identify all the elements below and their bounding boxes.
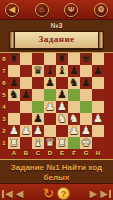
square-a8[interactable]: ♜ bbox=[8, 53, 20, 65]
black-rook: ♜ bbox=[8, 53, 20, 65]
file-label-b: B bbox=[20, 149, 32, 157]
task-instruction-line1: Задание №1 Найти ход bbox=[0, 163, 113, 173]
square-b1[interactable] bbox=[20, 137, 32, 149]
square-a4[interactable] bbox=[8, 101, 20, 113]
white-pawn: ♟ bbox=[68, 125, 80, 137]
square-e7[interactable]: ♝ bbox=[56, 65, 68, 77]
black-pawn: ♟ bbox=[92, 65, 104, 77]
file-labels: ABCDEFGH bbox=[0, 149, 113, 157]
square-h2[interactable] bbox=[92, 125, 104, 137]
square-h1[interactable] bbox=[92, 137, 104, 149]
home-icon: ⌂ bbox=[39, 6, 44, 14]
square-e3[interactable]: ♞ bbox=[56, 113, 68, 125]
trophy-icon: Ψ bbox=[68, 6, 74, 14]
previous-move-arrow-icon: ◀ bbox=[16, 189, 24, 199]
board-frame: 87654321 ♜♜♚♛♝♝♟♟♟♟♞♟♞♟♟♟♟♟♞♞♟♟♟♟♟♟♜♝♛♜♚… bbox=[0, 52, 113, 160]
square-d3[interactable] bbox=[44, 113, 56, 125]
square-f6[interactable]: ♞ bbox=[68, 77, 80, 89]
rank-label-8: 8 bbox=[0, 53, 8, 65]
square-g1[interactable]: ♚ bbox=[80, 137, 92, 149]
file-label-e: E bbox=[56, 149, 68, 157]
square-d6[interactable]: ♟ bbox=[44, 77, 56, 89]
white-pawn: ♟ bbox=[20, 125, 32, 137]
rank-label-6: 6 bbox=[0, 77, 8, 89]
black-knight: ♞ bbox=[8, 89, 20, 101]
square-a1[interactable]: ♜ bbox=[8, 137, 20, 149]
black-king: ♚ bbox=[80, 53, 92, 65]
back-button[interactable]: ◀ bbox=[5, 3, 19, 17]
task-banner: Задание bbox=[10, 31, 103, 49]
chess-puzzle-app: ◀ ⌂ Ψ ⚙ №3 Задание 87654321 ♜♜♚♛♝♝♟♟♟♟♞♟… bbox=[0, 0, 113, 200]
rank-labels: 87654321 bbox=[0, 53, 8, 149]
rank-label-7: 7 bbox=[0, 65, 8, 77]
scroll-roll-left bbox=[9, 31, 15, 49]
square-d1[interactable]: ♛ bbox=[44, 137, 56, 149]
square-c1[interactable]: ♝ bbox=[32, 137, 44, 149]
square-b8[interactable] bbox=[20, 53, 32, 65]
square-g8[interactable]: ♚ bbox=[80, 53, 92, 65]
file-label-f: F bbox=[68, 149, 80, 157]
file-label-c: C bbox=[32, 149, 44, 157]
square-f2[interactable]: ♟ bbox=[68, 125, 80, 137]
file-label-a: A bbox=[8, 149, 20, 157]
first-move-button[interactable]: ◀ bbox=[2, 189, 13, 199]
last-move-button[interactable]: ▶ bbox=[100, 189, 111, 199]
white-rook: ♜ bbox=[8, 137, 20, 149]
first-move-arrow-icon: ◀ bbox=[5, 189, 13, 199]
square-b2[interactable]: ♟ bbox=[20, 125, 32, 137]
square-h6[interactable] bbox=[92, 77, 104, 89]
rank-label-2: 2 bbox=[0, 125, 8, 137]
white-bishop: ♝ bbox=[32, 137, 44, 149]
square-e1[interactable]: ♜ bbox=[56, 137, 68, 149]
square-f5[interactable] bbox=[68, 89, 80, 101]
black-pawn: ♟ bbox=[80, 77, 92, 89]
white-pawn: ♟ bbox=[92, 113, 104, 125]
square-c5[interactable] bbox=[32, 89, 44, 101]
square-a5[interactable]: ♞ bbox=[8, 89, 20, 101]
rank-label-4: 4 bbox=[0, 101, 8, 113]
restart-button[interactable]: ↻ bbox=[43, 186, 54, 200]
task-instruction: Задание №1 Найти ход белых bbox=[0, 160, 113, 183]
black-pawn: ♟ bbox=[44, 77, 56, 89]
white-pawn: ♟ bbox=[44, 101, 56, 113]
square-c7[interactable]: ♛ bbox=[32, 65, 44, 77]
chess-board: ♜♜♚♛♝♝♟♟♟♟♞♟♞♟♟♟♟♟♞♞♟♟♟♟♟♟♜♝♛♜♚ bbox=[8, 53, 104, 149]
file-label-h: H bbox=[92, 149, 104, 157]
next-move-button[interactable]: ▶ bbox=[90, 189, 98, 199]
hint-button[interactable]: ? bbox=[57, 187, 70, 200]
black-knight: ♞ bbox=[68, 77, 80, 89]
trophy-button[interactable]: Ψ bbox=[64, 3, 78, 17]
square-h3[interactable]: ♟ bbox=[92, 113, 104, 125]
bottom-navigation-bar: ◀ ◀ ↻ ? ▶ ▶ bbox=[0, 183, 113, 200]
task-number: №3 bbox=[0, 21, 113, 30]
first-move-bar-icon bbox=[2, 190, 4, 198]
question-mark-icon: ? bbox=[61, 189, 67, 199]
rank-label-1: 1 bbox=[0, 137, 8, 149]
restart-icon: ↻ bbox=[43, 186, 54, 200]
file-label-g: G bbox=[80, 149, 92, 157]
task-instruction-line2: белых bbox=[0, 173, 113, 183]
gear-icon: ⚙ bbox=[97, 6, 104, 14]
square-c6[interactable] bbox=[32, 77, 44, 89]
square-f1[interactable] bbox=[68, 137, 80, 149]
white-queen: ♛ bbox=[44, 137, 56, 149]
settings-button[interactable]: ⚙ bbox=[94, 3, 108, 17]
square-b5[interactable]: ♟ bbox=[20, 89, 32, 101]
square-g4[interactable] bbox=[80, 101, 92, 113]
task-banner-label: Задание bbox=[11, 32, 102, 47]
white-king: ♚ bbox=[80, 137, 92, 149]
rank-label-3: 3 bbox=[0, 113, 8, 125]
last-move-arrow-icon: ▶ bbox=[100, 189, 108, 199]
square-h7[interactable]: ♟ bbox=[92, 65, 104, 77]
square-h5[interactable] bbox=[92, 89, 104, 101]
last-move-bar-icon bbox=[109, 190, 111, 198]
previous-move-button[interactable]: ◀ bbox=[16, 189, 24, 199]
square-b4[interactable] bbox=[20, 101, 32, 113]
next-move-arrow-icon: ▶ bbox=[90, 189, 98, 199]
black-pawn: ♟ bbox=[20, 89, 32, 101]
file-label-d: D bbox=[44, 149, 56, 157]
white-knight: ♞ bbox=[56, 113, 68, 125]
square-d4[interactable]: ♟ bbox=[44, 101, 56, 113]
home-button[interactable]: ⌂ bbox=[35, 3, 49, 17]
top-toolbar: ◀ ⌂ Ψ ⚙ bbox=[0, 0, 113, 20]
white-rook: ♜ bbox=[56, 137, 68, 149]
square-b7[interactable] bbox=[20, 65, 32, 77]
black-queen: ♛ bbox=[32, 65, 44, 77]
back-icon: ◀ bbox=[9, 6, 15, 14]
rank-label-5: 5 bbox=[0, 89, 8, 101]
square-g5[interactable] bbox=[80, 89, 92, 101]
square-g6[interactable]: ♟ bbox=[80, 77, 92, 89]
scroll-roll-right bbox=[98, 31, 104, 49]
black-bishop: ♝ bbox=[56, 65, 68, 77]
